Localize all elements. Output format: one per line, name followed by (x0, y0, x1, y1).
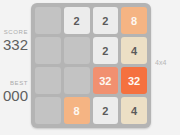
empty-cell-r1c0 (35, 37, 61, 64)
tile-4-r1c3: 4 (121, 37, 147, 64)
tile-2-r0c2: 2 (93, 7, 119, 34)
empty-cell-r0c0 (35, 7, 61, 34)
board-size-label: 4x4 (155, 59, 166, 66)
empty-cell-r2c1 (64, 67, 90, 94)
game-screen: { "game": "2048", "board_size_label": "4… (0, 0, 180, 135)
tile-2-r3c2: 2 (93, 97, 119, 124)
score-block: SCORE 332 (0, 29, 28, 53)
best-label: BEST (0, 80, 28, 87)
tile-8-r3c1: 8 (64, 97, 90, 124)
tile-2-r0c1: 2 (64, 7, 90, 34)
game-board[interactable]: 228243232824 (31, 3, 151, 128)
score-value: 332 (0, 36, 28, 53)
empty-cell-r1c1 (64, 37, 90, 64)
tile-4-r3c3: 4 (121, 97, 147, 124)
best-block: BEST 000 (0, 80, 28, 104)
empty-cell-r2c0 (35, 67, 61, 94)
tile-2-r1c2: 2 (93, 37, 119, 64)
tile-32-r2c2: 32 (93, 67, 119, 94)
tile-32-r2c3: 32 (121, 67, 147, 94)
empty-cell-r3c0 (35, 97, 61, 124)
tile-8-r0c3: 8 (121, 7, 147, 34)
score-panel: SCORE 332 BEST 000 (0, 29, 28, 131)
score-label: SCORE (0, 29, 28, 36)
best-value: 000 (0, 87, 28, 104)
